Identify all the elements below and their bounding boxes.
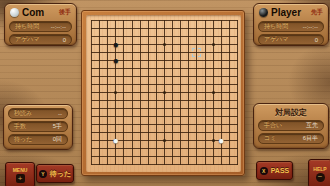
game-screen: Com 後手 持ち時間 --:--:-- アゲハマ 0 Player 先手 持ち…	[0, 0, 330, 186]
board-surface: ●●●●	[86, 15, 241, 172]
byoyomi-value: --	[58, 111, 62, 117]
com-time-value: --:--:--	[51, 24, 66, 30]
byoyomi-label: 秒読み	[14, 109, 32, 118]
white-stone: ●	[217, 137, 225, 145]
hoshi-point	[163, 43, 166, 46]
hoshi-point	[212, 43, 215, 46]
settings-panel: 対局設定 手合い 互先 コミ 6目半	[253, 103, 329, 149]
move-count-row: 手数 5手	[8, 121, 68, 132]
x-button-icon: X	[260, 167, 268, 175]
handicap-value: 互先	[306, 121, 318, 130]
hoshi-point	[114, 43, 117, 46]
move-count-value: 5手	[53, 122, 62, 131]
undo-count-row: 待った 0回	[8, 134, 68, 145]
black-stone: ●	[112, 57, 120, 65]
hoshi-point	[163, 91, 166, 94]
com-name: Com	[22, 7, 44, 18]
help-button-label: HELP	[313, 166, 326, 172]
player-time-label: 持ち時間	[264, 22, 288, 31]
undo-count-value: 0回	[53, 135, 62, 144]
player-time-value: --:--:--	[303, 24, 318, 30]
player-captures-row: アゲハマ 0	[258, 34, 324, 45]
hoshi-point	[212, 91, 215, 94]
hoshi-point	[114, 139, 117, 142]
player-side-label: 先手	[311, 8, 323, 17]
settings-title: 対局設定	[254, 104, 328, 118]
undo-button-label: 待った	[50, 169, 71, 179]
help-button[interactable]: HELP −	[308, 159, 330, 186]
menu-button[interactable]: MENU +	[5, 162, 35, 186]
com-time-row: 持ち時間 --:--:--	[9, 21, 72, 32]
board-grid[interactable]: ●●●●	[91, 20, 238, 165]
plus-button-icon: +	[16, 174, 25, 183]
black-stone-icon	[259, 8, 268, 17]
com-time-label: 持ち時間	[15, 22, 39, 31]
minus-button-icon: −	[316, 173, 325, 182]
handicap-row: 手合い 互先	[258, 120, 324, 131]
pass-button-label: PASS	[271, 167, 290, 174]
player-captures-value: 0	[315, 37, 318, 43]
white-stone-icon	[10, 8, 19, 17]
player-time-row: 持ち時間 --:--:--	[258, 21, 324, 32]
player-panel-header: Player 先手	[254, 4, 328, 19]
com-captures-value: 0	[63, 37, 66, 43]
komi-row: コミ 6目半	[258, 133, 324, 144]
komi-label: コミ	[264, 134, 276, 143]
undo-button[interactable]: Y 待った	[36, 164, 74, 183]
hoshi-point	[212, 139, 215, 142]
status-panel: 秒読み -- 手数 5手 待った 0回	[3, 104, 73, 150]
com-captures-label: アゲハマ	[15, 35, 40, 44]
pass-button[interactable]: X PASS	[256, 161, 293, 180]
com-panel-header: Com 後手	[5, 4, 76, 19]
com-captures-row: アゲハマ 0	[9, 34, 72, 45]
hoshi-point	[163, 139, 166, 142]
go-board[interactable]: ●●●●	[81, 10, 245, 176]
y-button-icon: Y	[39, 170, 47, 178]
player-panel: Player 先手 持ち時間 --:--:-- アゲハマ 0	[253, 3, 329, 46]
com-side-label: 後手	[59, 8, 71, 17]
board-cursor[interactable]	[192, 48, 201, 57]
undo-count-label: 待った	[14, 135, 32, 144]
com-panel: Com 後手 持ち時間 --:--:-- アゲハマ 0	[4, 3, 77, 46]
byoyomi-row: 秒読み --	[8, 108, 68, 119]
hoshi-point	[114, 91, 117, 94]
player-captures-label: アゲハマ	[264, 35, 289, 44]
player-name: Player	[271, 7, 301, 18]
komi-value: 6目半	[303, 134, 318, 143]
menu-button-label: MENU	[13, 167, 28, 173]
move-count-label: 手数	[14, 122, 26, 131]
handicap-label: 手合い	[264, 121, 282, 130]
